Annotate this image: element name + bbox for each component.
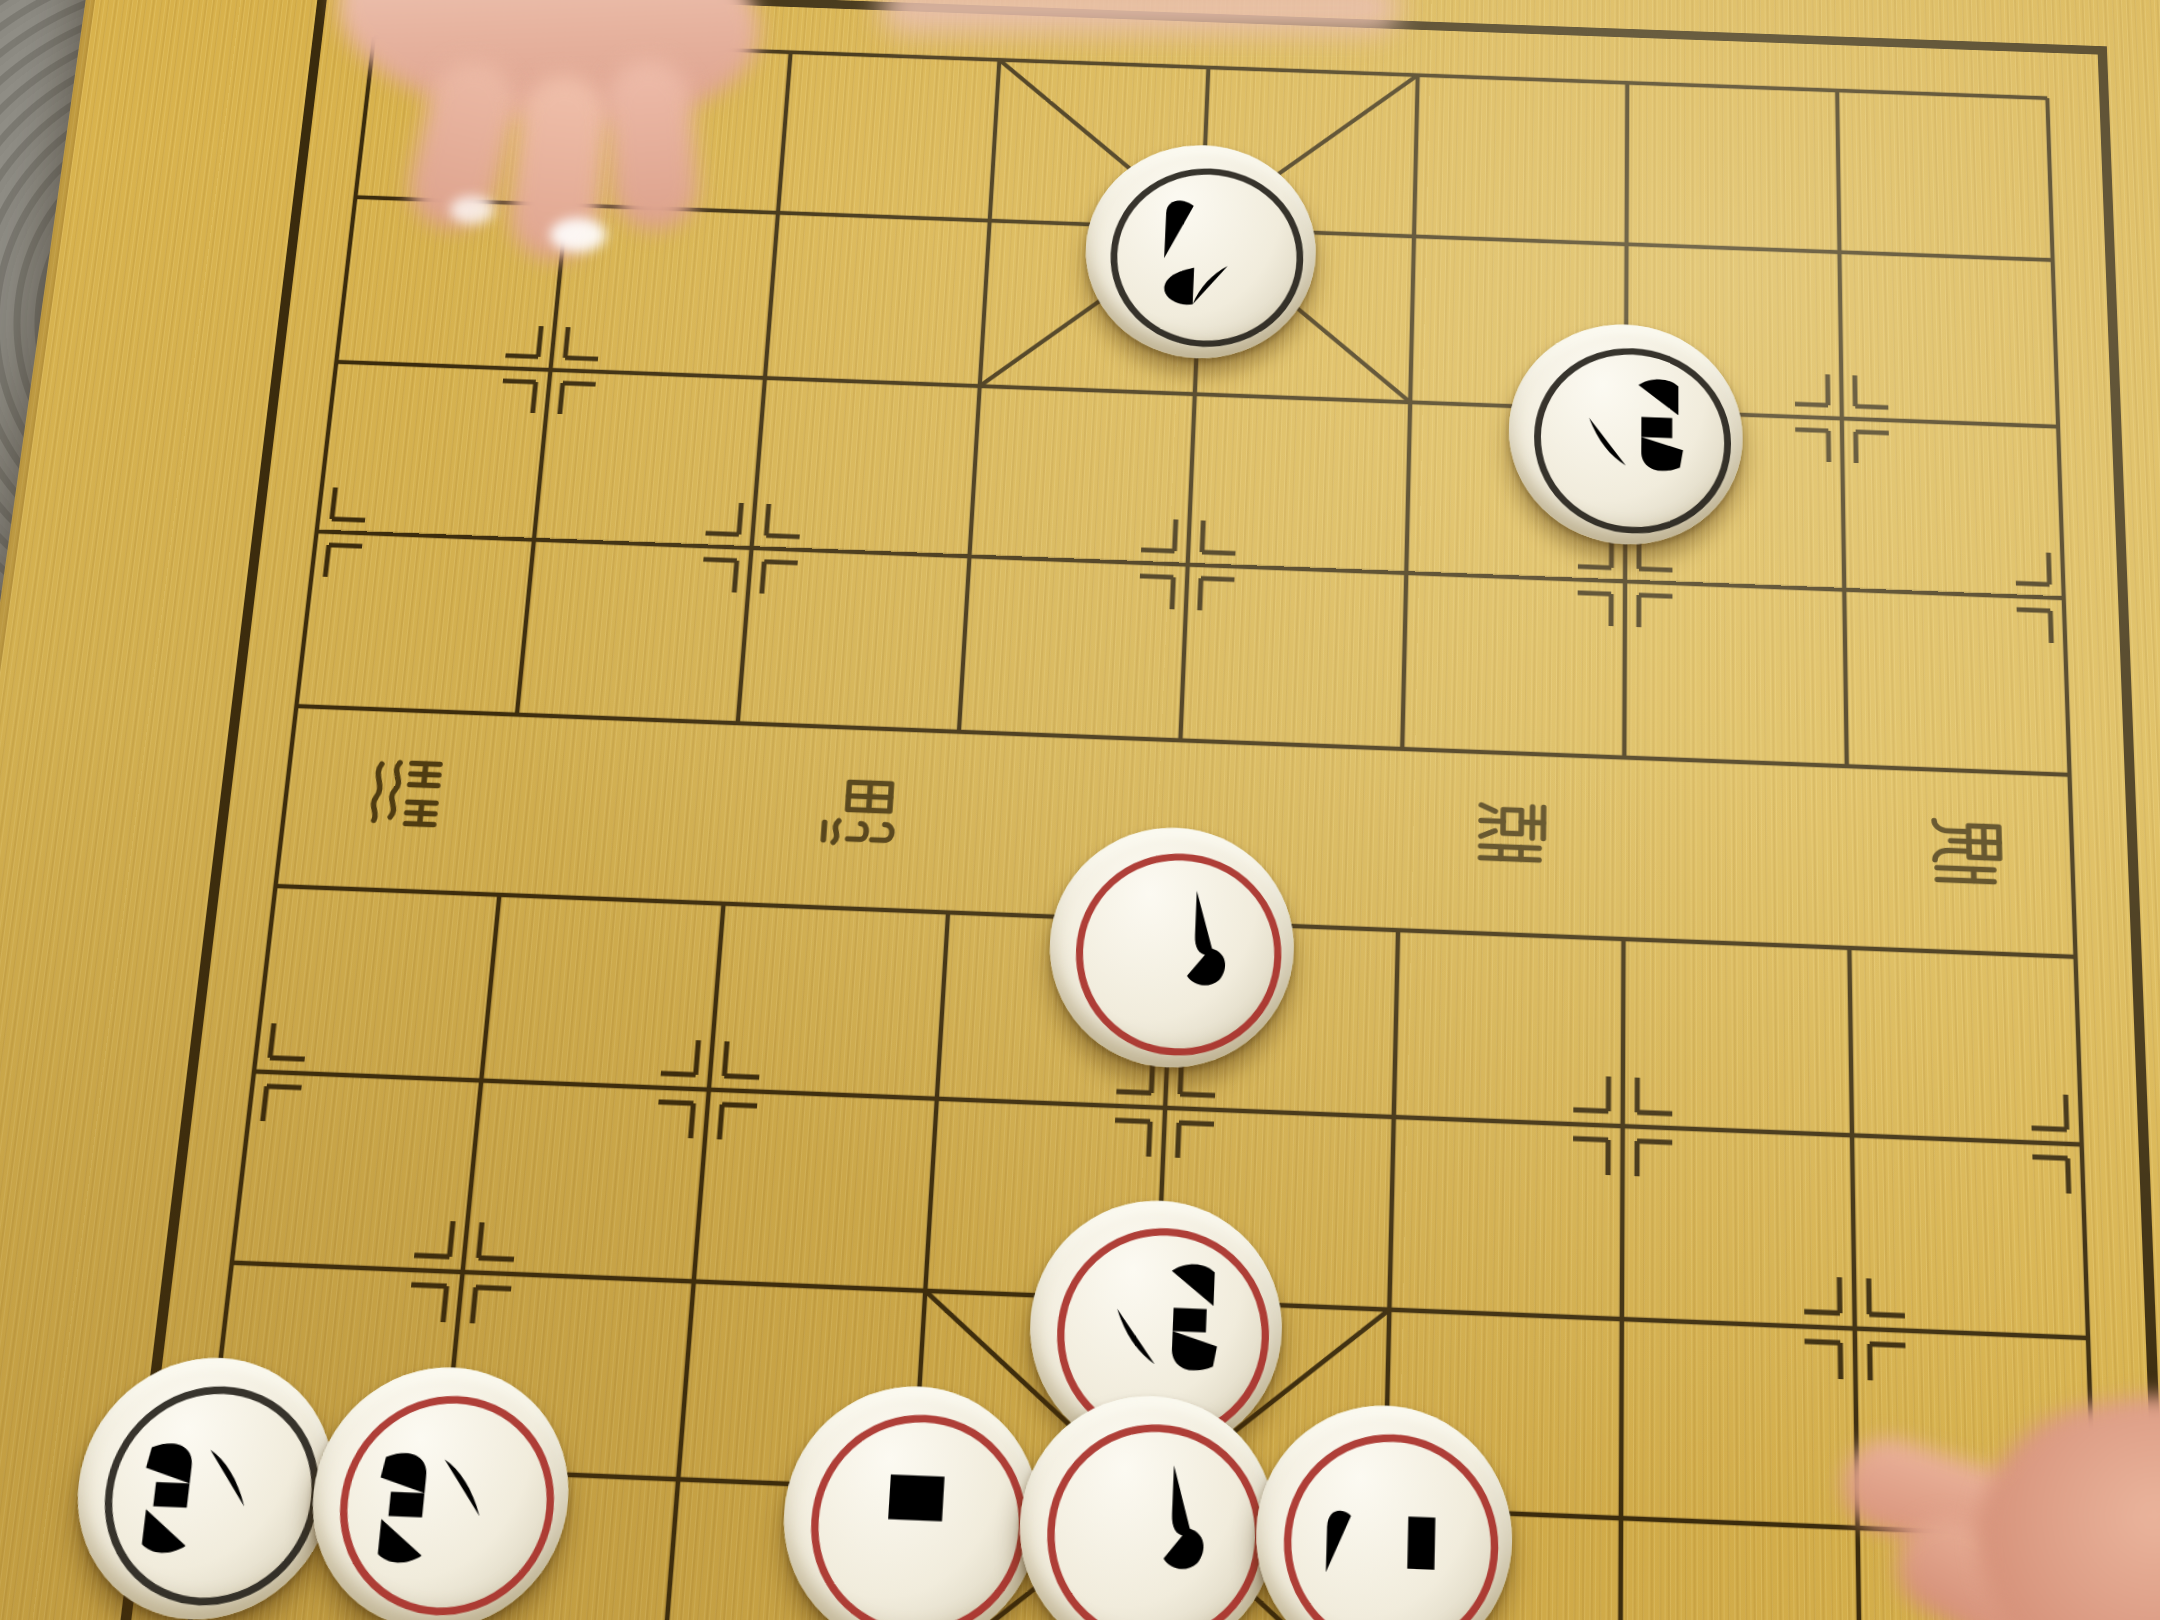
blurred-arm-sliver — [880, 0, 1400, 34]
piece-character-馬 — [1088, 865, 1255, 1029]
photo-scene: { "game": "xiangqi", "scene": { "board_c… — [0, 0, 2160, 1620]
piece-character-炮 — [1548, 359, 1703, 510]
piece-character-炮 — [111, 1398, 298, 1577]
river-character-3: 漢 — [1480, 805, 1543, 860]
river-character-1: 楚 — [372, 762, 440, 825]
xiangqi-board: 楚河漢界 — [0, 0, 2160, 1620]
piece-character-帥 — [1297, 1446, 1470, 1620]
piece-character-将 — [1122, 178, 1279, 324]
piece-character-車 — [822, 1427, 1001, 1607]
river-character-2: 河 — [823, 781, 895, 844]
piece-character-炮 — [348, 1408, 533, 1588]
piece-character-馬 — [1059, 1437, 1235, 1617]
piece-character-炮 — [1069, 1240, 1242, 1415]
river-character-4: 界 — [1934, 821, 2000, 882]
